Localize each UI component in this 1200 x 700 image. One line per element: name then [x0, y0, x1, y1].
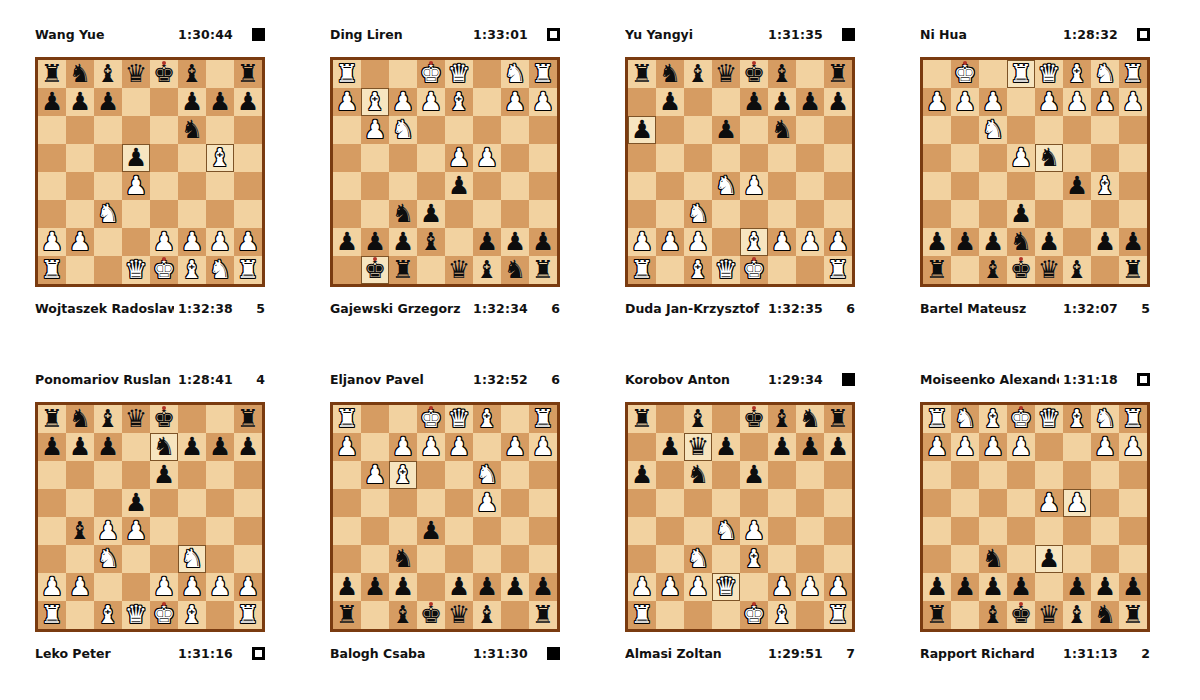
square-a3[interactable] — [628, 200, 656, 228]
square-f5[interactable] — [389, 172, 417, 200]
square-a5[interactable] — [1119, 172, 1147, 200]
square-a6[interactable] — [38, 461, 66, 489]
square-d6[interactable] — [445, 200, 473, 228]
square-e3[interactable] — [1007, 461, 1035, 489]
square-g3[interactable] — [206, 200, 234, 228]
square-e6[interactable] — [740, 116, 768, 144]
square-a4[interactable] — [529, 489, 557, 517]
square-g4[interactable] — [206, 172, 234, 200]
square-b7[interactable]: ♟ — [1091, 228, 1119, 256]
square-h3[interactable] — [234, 200, 262, 228]
square-a2[interactable]: ♟ — [1119, 433, 1147, 461]
square-g1[interactable] — [796, 256, 824, 284]
square-b2[interactable]: ♟ — [501, 433, 529, 461]
square-e6[interactable] — [1007, 545, 1035, 573]
square-f5[interactable] — [178, 489, 206, 517]
square-e5[interactable] — [150, 144, 178, 172]
square-g7[interactable]: ♟ — [796, 433, 824, 461]
square-c1[interactable] — [94, 256, 122, 284]
square-g8[interactable]: ♞ — [796, 405, 824, 433]
square-c4[interactable] — [684, 517, 712, 545]
square-g2[interactable]: ♝ — [361, 88, 389, 116]
square-f5[interactable] — [768, 144, 796, 172]
square-f7[interactable]: ♟ — [768, 433, 796, 461]
square-d7[interactable]: ♟ — [445, 573, 473, 601]
square-a2[interactable]: ♟ — [529, 433, 557, 461]
square-h4[interactable] — [824, 172, 852, 200]
square-h1[interactable]: ♜ — [824, 256, 852, 284]
square-f3[interactable]: ♞ — [979, 116, 1007, 144]
square-e8[interactable]: ♚ — [740, 405, 768, 433]
square-f4[interactable] — [979, 144, 1007, 172]
square-b4[interactable] — [656, 517, 684, 545]
square-c7[interactable] — [1063, 228, 1091, 256]
square-g6[interactable] — [206, 461, 234, 489]
square-b1[interactable] — [656, 256, 684, 284]
square-f1[interactable] — [389, 405, 417, 433]
square-f4[interactable] — [768, 172, 796, 200]
square-b8[interactable] — [501, 601, 529, 629]
square-b2[interactable]: ♟ — [501, 88, 529, 116]
square-e5[interactable] — [1007, 517, 1035, 545]
square-c3[interactable]: ♞ — [684, 200, 712, 228]
square-c7[interactable]: ♛ — [684, 433, 712, 461]
square-e2[interactable]: ♟ — [150, 573, 178, 601]
square-g3[interactable]: ♟ — [361, 116, 389, 144]
square-h6[interactable] — [333, 200, 361, 228]
square-d5[interactable] — [445, 517, 473, 545]
square-b6[interactable] — [66, 461, 94, 489]
square-d8[interactable]: ♛ — [1035, 256, 1063, 284]
square-d7[interactable] — [712, 88, 740, 116]
square-g4[interactable] — [206, 517, 234, 545]
square-e2[interactable]: ♟ — [1007, 433, 1035, 461]
square-h8[interactable]: ♜ — [333, 601, 361, 629]
square-e1[interactable]: ♚ — [740, 601, 768, 629]
square-d2[interactable] — [712, 228, 740, 256]
square-c3[interactable]: ♞ — [94, 545, 122, 573]
square-f3[interactable] — [979, 461, 1007, 489]
square-a1[interactable]: ♜ — [1119, 60, 1147, 88]
square-c8[interactable]: ♝ — [684, 60, 712, 88]
square-h6[interactable] — [824, 116, 852, 144]
square-g5[interactable] — [796, 489, 824, 517]
square-e4[interactable] — [417, 144, 445, 172]
square-g6[interactable] — [361, 545, 389, 573]
square-e2[interactable] — [1007, 88, 1035, 116]
square-h5[interactable] — [923, 517, 951, 545]
square-a8[interactable]: ♜ — [628, 405, 656, 433]
square-h1[interactable]: ♜ — [234, 601, 262, 629]
square-g7[interactable]: ♟ — [951, 573, 979, 601]
square-a5[interactable] — [529, 517, 557, 545]
square-g1[interactable] — [206, 601, 234, 629]
square-a7[interactable]: ♟ — [529, 573, 557, 601]
square-b7[interactable]: ♟ — [656, 433, 684, 461]
square-f3[interactable] — [178, 200, 206, 228]
square-e6[interactable]: ♟ — [417, 200, 445, 228]
square-h3[interactable] — [333, 116, 361, 144]
square-a3[interactable] — [38, 545, 66, 573]
square-b3[interactable] — [66, 200, 94, 228]
square-b4[interactable] — [1091, 144, 1119, 172]
square-d8[interactable]: ♛ — [122, 405, 150, 433]
square-d2[interactable] — [122, 573, 150, 601]
square-a1[interactable]: ♜ — [628, 601, 656, 629]
square-h7[interactable]: ♟ — [923, 228, 951, 256]
square-d1[interactable]: ♛ — [445, 405, 473, 433]
square-h2[interactable]: ♟ — [824, 228, 852, 256]
square-f1[interactable]: ♝ — [979, 405, 1007, 433]
square-c3[interactable]: ♞ — [94, 200, 122, 228]
square-c2[interactable]: ♟ — [684, 573, 712, 601]
square-f5[interactable] — [979, 172, 1007, 200]
square-e2[interactable]: ♝ — [740, 228, 768, 256]
square-a2[interactable]: ♟ — [628, 228, 656, 256]
square-f1[interactable]: ♝ — [768, 601, 796, 629]
square-a7[interactable]: ♟ — [1119, 573, 1147, 601]
square-d3[interactable] — [712, 200, 740, 228]
square-f5[interactable] — [768, 489, 796, 517]
square-d6[interactable] — [122, 461, 150, 489]
square-c8[interactable]: ♝ — [473, 256, 501, 284]
square-b8[interactable]: ♞ — [66, 60, 94, 88]
square-d8[interactable]: ♛ — [122, 60, 150, 88]
square-e7[interactable] — [150, 88, 178, 116]
square-c8[interactable]: ♝ — [1063, 601, 1091, 629]
square-b5[interactable] — [501, 517, 529, 545]
square-c5[interactable] — [473, 172, 501, 200]
square-g2[interactable]: ♟ — [206, 573, 234, 601]
square-f2[interactable]: ♟ — [768, 573, 796, 601]
square-h1[interactable]: ♜ — [824, 601, 852, 629]
square-h8[interactable]: ♜ — [923, 601, 951, 629]
square-c3[interactable]: ♞ — [473, 461, 501, 489]
square-a6[interactable] — [1119, 200, 1147, 228]
square-f8[interactable]: ♝ — [979, 601, 1007, 629]
square-f7[interactable]: ♟ — [178, 433, 206, 461]
square-e1[interactable]: ♚ — [150, 601, 178, 629]
square-c8[interactable]: ♝ — [94, 405, 122, 433]
square-g2[interactable] — [361, 433, 389, 461]
square-h1[interactable] — [923, 60, 951, 88]
square-a4[interactable] — [628, 172, 656, 200]
square-a7[interactable] — [628, 88, 656, 116]
square-a6[interactable] — [529, 545, 557, 573]
square-g4[interactable] — [951, 489, 979, 517]
square-d6[interactable] — [445, 545, 473, 573]
square-c4[interactable]: ♟ — [473, 144, 501, 172]
square-g7[interactable]: ♟ — [206, 88, 234, 116]
square-d1[interactable]: ♛ — [122, 601, 150, 629]
square-d1[interactable]: ♛ — [122, 256, 150, 284]
square-b2[interactable]: ♟ — [656, 573, 684, 601]
square-f5[interactable] — [389, 517, 417, 545]
square-e6[interactable]: ♟ — [150, 461, 178, 489]
square-h5[interactable] — [333, 172, 361, 200]
square-c1[interactable]: ♝ — [684, 256, 712, 284]
square-b5[interactable] — [656, 144, 684, 172]
square-g6[interactable] — [796, 116, 824, 144]
square-c4[interactable] — [684, 172, 712, 200]
square-e8[interactable]: ♚ — [1007, 601, 1035, 629]
square-g5[interactable] — [361, 172, 389, 200]
square-c4[interactable]: ♟ — [94, 517, 122, 545]
square-g8[interactable] — [951, 601, 979, 629]
square-e5[interactable] — [417, 172, 445, 200]
square-d1[interactable] — [712, 601, 740, 629]
square-d4[interactable]: ♞ — [712, 172, 740, 200]
square-g2[interactable]: ♟ — [206, 228, 234, 256]
square-e1[interactable]: ♚ — [1007, 405, 1035, 433]
square-d8[interactable]: ♛ — [445, 601, 473, 629]
square-g1[interactable]: ♞ — [951, 405, 979, 433]
square-f7[interactable]: ♟ — [389, 573, 417, 601]
square-d6[interactable]: ♟ — [1035, 545, 1063, 573]
square-c2[interactable] — [94, 228, 122, 256]
square-d5[interactable] — [1035, 172, 1063, 200]
square-g8[interactable]: ♚ — [361, 256, 389, 284]
square-e4[interactable]: ♟ — [1007, 144, 1035, 172]
square-b5[interactable] — [656, 489, 684, 517]
square-f4[interactable] — [389, 144, 417, 172]
square-g8[interactable] — [361, 601, 389, 629]
square-d1[interactable]: ♛ — [712, 256, 740, 284]
square-a1[interactable]: ♜ — [529, 60, 557, 88]
square-c8[interactable]: ♝ — [473, 601, 501, 629]
square-b5[interactable] — [501, 172, 529, 200]
square-h8[interactable]: ♜ — [234, 60, 262, 88]
square-f5[interactable] — [979, 517, 1007, 545]
square-e6[interactable]: ♟ — [1007, 200, 1035, 228]
square-c1[interactable] — [684, 601, 712, 629]
square-a5[interactable] — [38, 489, 66, 517]
square-a6[interactable]: ♟ — [628, 116, 656, 144]
square-a1[interactable]: ♜ — [1119, 405, 1147, 433]
square-c7[interactable]: ♟ — [473, 573, 501, 601]
square-a3[interactable] — [38, 200, 66, 228]
square-a7[interactable]: ♟ — [38, 88, 66, 116]
square-h6[interactable] — [923, 200, 951, 228]
square-b1[interactable] — [66, 601, 94, 629]
square-c3[interactable] — [1063, 461, 1091, 489]
square-e6[interactable] — [417, 545, 445, 573]
square-g2[interactable]: ♟ — [951, 88, 979, 116]
square-g4[interactable] — [361, 489, 389, 517]
square-d2[interactable]: ♝ — [445, 88, 473, 116]
square-e2[interactable]: ♟ — [417, 433, 445, 461]
square-a4[interactable] — [38, 517, 66, 545]
square-c3[interactable]: ♞ — [684, 545, 712, 573]
square-g1[interactable] — [361, 60, 389, 88]
square-d7[interactable] — [445, 228, 473, 256]
square-h4[interactable] — [333, 144, 361, 172]
square-c1[interactable]: ♝ — [1063, 405, 1091, 433]
square-b1[interactable]: ♞ — [1091, 60, 1119, 88]
square-d6[interactable] — [1035, 200, 1063, 228]
square-c7[interactable]: ♟ — [94, 88, 122, 116]
square-h3[interactable] — [234, 545, 262, 573]
square-e3[interactable] — [150, 545, 178, 573]
square-f3[interactable]: ♝ — [389, 461, 417, 489]
square-a8[interactable]: ♜ — [529, 601, 557, 629]
square-f7[interactable]: ♟ — [178, 88, 206, 116]
square-b8[interactable]: ♞ — [1091, 601, 1119, 629]
square-h8[interactable]: ♜ — [923, 256, 951, 284]
square-b6[interactable] — [1091, 200, 1119, 228]
square-c3[interactable] — [1063, 116, 1091, 144]
square-e5[interactable] — [740, 144, 768, 172]
square-f8[interactable]: ♝ — [768, 405, 796, 433]
square-h6[interactable] — [234, 116, 262, 144]
square-c6[interactable]: ♞ — [684, 461, 712, 489]
square-a8[interactable]: ♜ — [38, 60, 66, 88]
square-e7[interactable] — [417, 573, 445, 601]
square-f7[interactable]: ♟ — [389, 228, 417, 256]
square-b4[interactable] — [501, 489, 529, 517]
square-b4[interactable] — [501, 144, 529, 172]
square-c7[interactable]: ♟ — [94, 433, 122, 461]
square-g2[interactable]: ♟ — [796, 573, 824, 601]
square-b4[interactable] — [66, 172, 94, 200]
square-h4[interactable] — [333, 489, 361, 517]
square-e8[interactable]: ♚ — [740, 60, 768, 88]
square-g4[interactable] — [951, 144, 979, 172]
square-b8[interactable]: ♞ — [66, 405, 94, 433]
square-a3[interactable] — [529, 461, 557, 489]
square-a7[interactable] — [628, 433, 656, 461]
square-d3[interactable] — [445, 461, 473, 489]
square-c4[interactable]: ♟ — [473, 489, 501, 517]
square-e6[interactable]: ♟ — [740, 461, 768, 489]
square-h2[interactable]: ♟ — [234, 228, 262, 256]
square-f2[interactable]: ♟ — [178, 573, 206, 601]
square-g3[interactable] — [796, 200, 824, 228]
square-f7[interactable]: ♟ — [979, 573, 1007, 601]
square-b5[interactable]: ♝ — [1091, 172, 1119, 200]
square-h2[interactable]: ♟ — [333, 433, 361, 461]
square-h6[interactable] — [824, 461, 852, 489]
square-e3[interactable] — [417, 461, 445, 489]
square-a2[interactable]: ♟ — [38, 228, 66, 256]
square-f2[interactable]: ♟ — [979, 433, 1007, 461]
square-c5[interactable] — [1063, 517, 1091, 545]
square-a3[interactable] — [1119, 461, 1147, 489]
square-g5[interactable] — [796, 144, 824, 172]
square-b1[interactable] — [656, 601, 684, 629]
square-c8[interactable]: ♝ — [94, 60, 122, 88]
square-b2[interactable]: ♟ — [1091, 88, 1119, 116]
square-h7[interactable]: ♟ — [333, 228, 361, 256]
square-f7[interactable]: ♟ — [979, 228, 1007, 256]
square-d3[interactable] — [445, 116, 473, 144]
square-f1[interactable] — [768, 256, 796, 284]
square-f3[interactable]: ♞ — [389, 116, 417, 144]
square-g5[interactable]: ♝ — [206, 144, 234, 172]
square-f4[interactable] — [178, 517, 206, 545]
square-h4[interactable] — [234, 172, 262, 200]
square-d7[interactable] — [122, 88, 150, 116]
square-g3[interactable] — [951, 116, 979, 144]
square-d3[interactable] — [712, 545, 740, 573]
square-g4[interactable] — [361, 144, 389, 172]
square-f6[interactable]: ♞ — [389, 545, 417, 573]
square-d3[interactable] — [1035, 116, 1063, 144]
square-b3[interactable] — [1091, 116, 1119, 144]
square-e7[interactable]: ♞ — [150, 433, 178, 461]
square-h2[interactable]: ♟ — [824, 573, 852, 601]
square-c5[interactable] — [94, 144, 122, 172]
square-b3[interactable] — [501, 116, 529, 144]
square-g5[interactable] — [951, 517, 979, 545]
square-h5[interactable] — [824, 489, 852, 517]
square-e8[interactable]: ♚ — [150, 60, 178, 88]
square-h2[interactable]: ♟ — [923, 88, 951, 116]
square-f3[interactable] — [768, 200, 796, 228]
square-h7[interactable]: ♟ — [234, 433, 262, 461]
square-h7[interactable]: ♟ — [923, 573, 951, 601]
square-g6[interactable] — [796, 461, 824, 489]
square-e1[interactable]: ♚ — [417, 405, 445, 433]
square-a1[interactable]: ♜ — [529, 405, 557, 433]
square-e8[interactable]: ♚ — [1007, 256, 1035, 284]
square-g3[interactable] — [951, 461, 979, 489]
square-d7[interactable]: ♟ — [712, 433, 740, 461]
square-g1[interactable]: ♚ — [951, 60, 979, 88]
square-d6[interactable]: ♟ — [712, 116, 740, 144]
square-c4[interactable] — [94, 172, 122, 200]
square-c6[interactable] — [94, 461, 122, 489]
square-f4[interactable] — [389, 489, 417, 517]
square-d4[interactable]: ♞ — [712, 517, 740, 545]
square-f5[interactable] — [178, 144, 206, 172]
square-f6[interactable]: ♞ — [389, 200, 417, 228]
square-a6[interactable] — [1119, 545, 1147, 573]
square-e7[interactable]: ♞ — [1007, 228, 1035, 256]
square-d2[interactable]: ♟ — [445, 433, 473, 461]
square-a4[interactable] — [1119, 489, 1147, 517]
square-c2[interactable] — [94, 573, 122, 601]
square-b8[interactable]: ♞ — [501, 256, 529, 284]
square-b6[interactable] — [1091, 545, 1119, 573]
square-c6[interactable] — [1063, 200, 1091, 228]
square-c6[interactable] — [684, 116, 712, 144]
square-g5[interactable] — [206, 489, 234, 517]
square-d5[interactable]: ♟ — [122, 489, 150, 517]
square-f6[interactable]: ♞ — [178, 116, 206, 144]
square-g8[interactable] — [206, 405, 234, 433]
square-a7[interactable]: ♟ — [38, 433, 66, 461]
square-d3[interactable] — [122, 200, 150, 228]
square-e5[interactable] — [1007, 172, 1035, 200]
square-a7[interactable]: ♟ — [529, 228, 557, 256]
square-d7[interactable] — [122, 433, 150, 461]
square-e2[interactable] — [740, 573, 768, 601]
square-g2[interactable]: ♟ — [796, 228, 824, 256]
square-b6[interactable] — [656, 461, 684, 489]
square-b8[interactable] — [1091, 256, 1119, 284]
square-d2[interactable]: ♛ — [712, 573, 740, 601]
square-e7[interactable]: ♟ — [1007, 573, 1035, 601]
square-f2[interactable]: ♟ — [768, 228, 796, 256]
square-a1[interactable]: ♜ — [628, 256, 656, 284]
square-c5[interactable] — [94, 489, 122, 517]
square-d8[interactable]: ♛ — [445, 256, 473, 284]
square-h4[interactable] — [824, 517, 852, 545]
square-a4[interactable] — [38, 172, 66, 200]
square-h1[interactable]: ♜ — [234, 256, 262, 284]
square-a6[interactable] — [529, 200, 557, 228]
